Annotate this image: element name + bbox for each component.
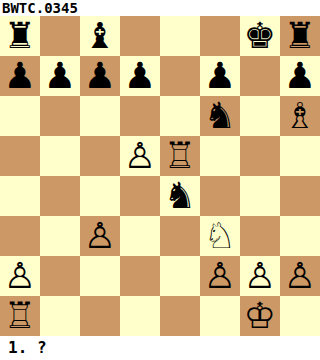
square-g2[interactable]: ♙ [240,256,280,296]
square-a8[interactable]: ♜ [0,16,40,56]
square-g7[interactable] [240,56,280,96]
square-d5[interactable]: ♙ [120,136,160,176]
piece-white-pawn[interactable]: ♙ [84,216,116,256]
square-d7[interactable]: ♟ [120,56,160,96]
square-f2[interactable]: ♙ [200,256,240,296]
piece-black-pawn[interactable]: ♟ [84,56,116,96]
square-g6[interactable] [240,96,280,136]
square-b7[interactable]: ♟ [40,56,80,96]
square-d3[interactable] [120,216,160,256]
square-d1[interactable] [120,296,160,336]
square-a2[interactable]: ♙ [0,256,40,296]
square-d4[interactable] [120,176,160,216]
chess-board: ♜♝♚♜♟♟♟♟♟♟♞♗♙♖♞♙♘♙♙♙♙♖♔ [0,16,320,336]
piece-white-bishop[interactable]: ♗ [284,96,316,136]
piece-white-knight[interactable]: ♘ [204,216,236,256]
square-f4[interactable] [200,176,240,216]
piece-black-knight[interactable]: ♞ [164,176,196,216]
piece-white-pawn[interactable]: ♙ [244,256,276,296]
piece-white-rook[interactable]: ♖ [4,296,36,336]
square-e2[interactable] [160,256,200,296]
square-h2[interactable]: ♙ [280,256,320,296]
square-b6[interactable] [40,96,80,136]
square-a5[interactable] [0,136,40,176]
square-b4[interactable] [40,176,80,216]
square-h6[interactable]: ♗ [280,96,320,136]
square-f3[interactable]: ♘ [200,216,240,256]
square-c5[interactable] [80,136,120,176]
square-b5[interactable] [40,136,80,176]
piece-white-pawn[interactable]: ♙ [124,136,156,176]
square-b8[interactable] [40,16,80,56]
move-prompt: 1. ? [0,336,47,360]
header-bar: BWTC.0345 [0,0,320,16]
footer-bar: 1. ? [0,336,320,360]
square-e3[interactable] [160,216,200,256]
square-h5[interactable] [280,136,320,176]
piece-black-king[interactable]: ♚ [244,16,276,56]
piece-white-pawn[interactable]: ♙ [204,256,236,296]
square-b1[interactable] [40,296,80,336]
square-c8[interactable]: ♝ [80,16,120,56]
square-g1[interactable]: ♔ [240,296,280,336]
piece-black-pawn[interactable]: ♟ [284,56,316,96]
piece-white-rook[interactable]: ♖ [164,136,196,176]
square-c4[interactable] [80,176,120,216]
square-a4[interactable] [0,176,40,216]
piece-black-pawn[interactable]: ♟ [204,56,236,96]
square-f1[interactable] [200,296,240,336]
square-c1[interactable] [80,296,120,336]
square-e4[interactable]: ♞ [160,176,200,216]
square-f6[interactable]: ♞ [200,96,240,136]
square-g4[interactable] [240,176,280,216]
square-h1[interactable] [280,296,320,336]
square-d6[interactable] [120,96,160,136]
square-h7[interactable]: ♟ [280,56,320,96]
square-e1[interactable] [160,296,200,336]
square-a1[interactable]: ♖ [0,296,40,336]
square-d2[interactable] [120,256,160,296]
piece-black-pawn[interactable]: ♟ [4,56,36,96]
square-c7[interactable]: ♟ [80,56,120,96]
square-a3[interactable] [0,216,40,256]
square-e7[interactable] [160,56,200,96]
square-b2[interactable] [40,256,80,296]
square-c6[interactable] [80,96,120,136]
square-e6[interactable] [160,96,200,136]
piece-white-king[interactable]: ♔ [244,296,276,336]
puzzle-window: BWTC.0345 ♜♝♚♜♟♟♟♟♟♟♞♗♙♖♞♙♘♙♙♙♙♖♔ 1. ? [0,0,320,360]
square-g5[interactable] [240,136,280,176]
square-c2[interactable] [80,256,120,296]
square-h4[interactable] [280,176,320,216]
square-f7[interactable]: ♟ [200,56,240,96]
square-e8[interactable] [160,16,200,56]
puzzle-id: BWTC.0345 [0,0,78,16]
square-a7[interactable]: ♟ [0,56,40,96]
piece-white-pawn[interactable]: ♙ [4,256,36,296]
piece-black-rook[interactable]: ♜ [284,16,316,56]
square-e5[interactable]: ♖ [160,136,200,176]
piece-black-pawn[interactable]: ♟ [124,56,156,96]
square-h8[interactable]: ♜ [280,16,320,56]
piece-black-bishop[interactable]: ♝ [84,16,116,56]
square-d8[interactable] [120,16,160,56]
square-b3[interactable] [40,216,80,256]
piece-black-knight[interactable]: ♞ [204,96,236,136]
square-g3[interactable] [240,216,280,256]
square-f8[interactable] [200,16,240,56]
square-f5[interactable] [200,136,240,176]
square-c3[interactable]: ♙ [80,216,120,256]
square-a6[interactable] [0,96,40,136]
square-h3[interactable] [280,216,320,256]
square-g8[interactable]: ♚ [240,16,280,56]
piece-white-pawn[interactable]: ♙ [284,256,316,296]
piece-black-pawn[interactable]: ♟ [44,56,76,96]
piece-black-rook[interactable]: ♜ [4,16,36,56]
